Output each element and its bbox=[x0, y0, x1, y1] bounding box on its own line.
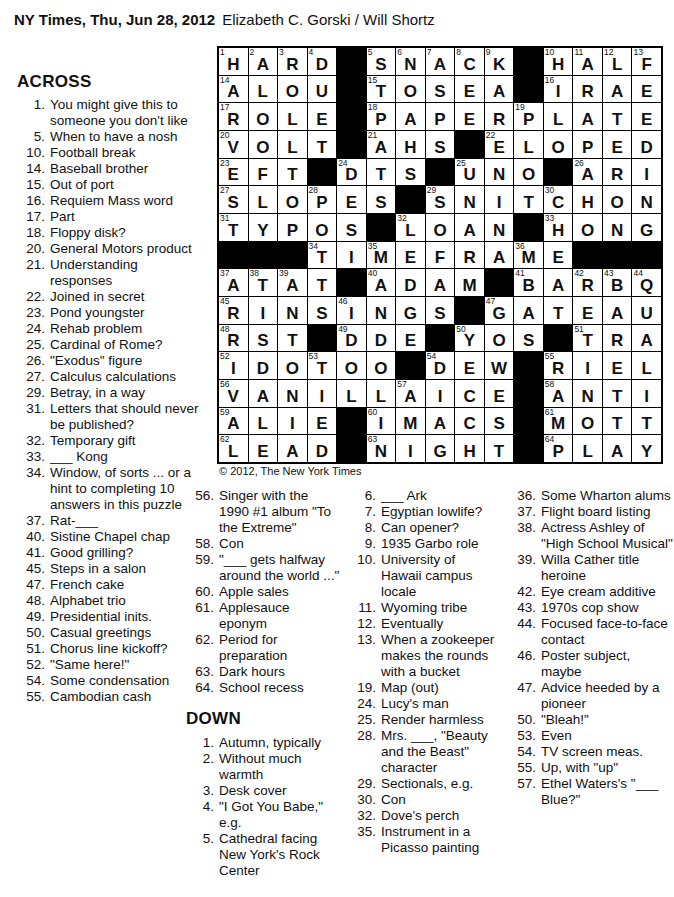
down-clue-30[interactable]: 30.Con bbox=[348, 792, 496, 808]
grid-cell-r3-c13[interactable]: A bbox=[573, 103, 602, 130]
grid-cell-r9-c3[interactable]: 39A bbox=[278, 269, 307, 296]
grid-cell-r8-c6[interactable]: 35M bbox=[367, 242, 396, 269]
down-clue-36[interactable]: 36.Some Wharton alums bbox=[508, 488, 673, 504]
grid-cell-r11-c10[interactable]: O bbox=[485, 325, 514, 352]
grid-cell-r6-c9[interactable]: N bbox=[455, 186, 484, 213]
grid-cell-r5-c15[interactable]: I bbox=[632, 159, 661, 186]
grid-cell-r15-c4[interactable]: D bbox=[308, 435, 337, 462]
grid-cell-r1-c13[interactable]: 11A bbox=[573, 48, 602, 75]
grid-cell-r7-c9[interactable]: A bbox=[455, 214, 484, 241]
grid-cell-r6-c15[interactable]: N bbox=[632, 186, 661, 213]
down-clue-10[interactable]: 10.University of Hawaii campus locale bbox=[348, 552, 496, 600]
grid-cell-r14-c10[interactable]: S bbox=[485, 408, 514, 435]
across-clue-1[interactable]: 1.You might give this to someone you don… bbox=[17, 97, 200, 129]
grid-cell-r4-c3[interactable]: L bbox=[278, 131, 307, 158]
across-clue-60[interactable]: 60.Apple sales bbox=[186, 584, 340, 600]
grid-cell-r2-c12[interactable]: 16I bbox=[544, 76, 573, 103]
across-clue-32[interactable]: 32.Temporary gift bbox=[17, 433, 200, 449]
down-clue-2[interactable]: 2.Without much warmth bbox=[186, 751, 340, 783]
down-clue-32[interactable]: 32.Dove's perch bbox=[348, 808, 496, 824]
down-clue-1[interactable]: 1.Autumn, typically bbox=[186, 735, 340, 751]
grid-cell-r11-c15[interactable]: A bbox=[632, 325, 661, 352]
down-clue-28[interactable]: 28.Mrs. ___, "Beauty and the Beast" char… bbox=[348, 728, 496, 776]
across-clue-47[interactable]: 47.French cake bbox=[17, 577, 200, 593]
clue-text: Apple sales bbox=[219, 584, 340, 600]
down-clue-42[interactable]: 42.Eye cream additive bbox=[508, 584, 673, 600]
grid-cell-r14-c2[interactable]: L bbox=[249, 408, 278, 435]
grid-cell-r7-c12[interactable]: 33H bbox=[544, 214, 573, 241]
across-clue-34[interactable]: 34.Window, of sorts ... or a hint to com… bbox=[17, 465, 200, 513]
grid-cell-r6-c11[interactable]: T bbox=[514, 186, 543, 213]
grid-cell-r15-c15[interactable]: Y bbox=[632, 435, 661, 462]
grid-cell-r12-c2[interactable]: D bbox=[249, 352, 278, 379]
down-clue-35[interactable]: 35.Instrument in a Picasso painting bbox=[348, 824, 496, 856]
grid-cell-r4-c10[interactable]: 22E bbox=[485, 131, 514, 158]
down-clue-37[interactable]: 37.Flight board listing bbox=[508, 504, 673, 520]
grid-cell-r5-c7[interactable]: S bbox=[396, 159, 425, 186]
cell-number: 38 bbox=[250, 269, 259, 278]
clue-number: 32. bbox=[17, 433, 50, 449]
grid-cell-r12-c6[interactable]: O bbox=[367, 352, 396, 379]
grid-cell-r12-c10[interactable]: W bbox=[485, 352, 514, 379]
across-clue-48[interactable]: 48.Alphabet trio bbox=[17, 593, 200, 609]
down-clue-11[interactable]: 11.Wyoming tribe bbox=[348, 600, 496, 616]
grid-cell-r1-c5 bbox=[337, 48, 366, 75]
across-clue-24[interactable]: 24.Rehab problem bbox=[17, 321, 200, 337]
grid-cell-r13-c3[interactable]: N bbox=[278, 380, 307, 407]
grid-cell-r9-c8[interactable]: A bbox=[426, 269, 455, 296]
across-clue-55[interactable]: 55.Cambodian cash bbox=[17, 689, 200, 705]
grid-cell-r2-c7[interactable]: O bbox=[396, 76, 425, 103]
grid-cell-r15-c10[interactable]: T bbox=[485, 435, 514, 462]
grid-cell-r2-c3[interactable]: O bbox=[278, 76, 307, 103]
grid-cell-r5-c1[interactable]: 23E bbox=[219, 159, 248, 186]
grid-cell-r13-c2[interactable]: A bbox=[249, 380, 278, 407]
across-clue-63[interactable]: 63.Dark hours bbox=[186, 664, 340, 680]
grid-cell-r14-c4[interactable]: E bbox=[308, 408, 337, 435]
grid-cell-r5-c9[interactable]: 25U bbox=[455, 159, 484, 186]
down-clue-55[interactable]: 55.Up, with "up" bbox=[508, 760, 673, 776]
grid-cell-r9-c2[interactable]: 38T bbox=[249, 269, 278, 296]
grid-cell-r10-c1[interactable]: 45R bbox=[219, 297, 248, 324]
grid-cell-r3-c1[interactable]: 17R bbox=[219, 103, 248, 130]
cell-number: 35 bbox=[368, 242, 377, 251]
grid-cell-r2-c15[interactable]: E bbox=[632, 76, 661, 103]
grid-cell-r6-c12[interactable]: 30C bbox=[544, 186, 573, 213]
grid-cell-r4-c11[interactable]: L bbox=[514, 131, 543, 158]
grid-cell-r1-c7[interactable]: 6N bbox=[396, 48, 425, 75]
across-clue-50[interactable]: 50.Casual greetings bbox=[17, 625, 200, 641]
grid-cell-r14-c6[interactable]: 60I bbox=[367, 408, 396, 435]
down-clue-24[interactable]: 24.Lucy's man bbox=[348, 696, 496, 712]
grid-cell-r9-c12[interactable]: A bbox=[544, 269, 573, 296]
grid-cell-r6-c5[interactable]: E bbox=[337, 186, 366, 213]
grid-cell-r1-c14[interactable]: 12L bbox=[603, 48, 632, 75]
grid-cell-r1-c2[interactable]: 2A bbox=[249, 48, 278, 75]
grid-cell-r7-c7[interactable]: 32L bbox=[396, 214, 425, 241]
grid-cell-r11-c3[interactable]: T bbox=[278, 325, 307, 352]
grid-cell-r8-c12[interactable]: E bbox=[544, 242, 573, 269]
clue-number: 47. bbox=[17, 577, 50, 593]
grid-cell-r7-c4[interactable]: O bbox=[308, 214, 337, 241]
down-clue-3[interactable]: 3.Desk cover bbox=[186, 783, 340, 799]
down-clue-29[interactable]: 29.Sectionals, e.g. bbox=[348, 776, 496, 792]
down-clue-46[interactable]: 46.Poster subject, maybe bbox=[508, 648, 673, 680]
cell-letter: I bbox=[349, 305, 354, 324]
down-clue-9[interactable]: 9.1935 Garbo role bbox=[348, 536, 496, 552]
grid-cell-r2-c1[interactable]: 14A bbox=[219, 76, 248, 103]
grid-cell-r11-c7[interactable]: E bbox=[396, 325, 425, 352]
grid-cell-r14-c8[interactable]: A bbox=[426, 408, 455, 435]
grid-cell-r11-c5[interactable]: 49D bbox=[337, 325, 366, 352]
grid-cell-r15-c3[interactable]: A bbox=[278, 435, 307, 462]
grid-cell-r1-c15[interactable]: 13F bbox=[632, 48, 661, 75]
grid-cell-r14-c7[interactable]: M bbox=[396, 408, 425, 435]
grid-cell-r15-c7[interactable]: I bbox=[396, 435, 425, 462]
grid-cell-r11-c2[interactable]: S bbox=[249, 325, 278, 352]
clue-text: Willa Cather title heroine bbox=[541, 552, 673, 584]
grid-cell-r3-c10[interactable]: R bbox=[485, 103, 514, 130]
across-clue-25[interactable]: 25.Cardinal of Rome? bbox=[17, 337, 200, 353]
grid-cell-r5-c10[interactable]: N bbox=[485, 159, 514, 186]
across-clue-62[interactable]: 62.Period for preparation bbox=[186, 632, 340, 664]
clue-number: 23. bbox=[17, 305, 50, 321]
grid-cell-r14-c15[interactable]: T bbox=[632, 408, 661, 435]
grid-cell-r3-c8[interactable]: P bbox=[426, 103, 455, 130]
grid-cell-r7-c2[interactable]: Y bbox=[249, 214, 278, 241]
clue-number: 19. bbox=[348, 680, 381, 696]
grid-cell-r13-c5[interactable]: L bbox=[337, 380, 366, 407]
grid-cell-r1-c9[interactable]: 8C bbox=[455, 48, 484, 75]
grid-cell-r3-c2[interactable]: O bbox=[249, 103, 278, 130]
grid-cell-r9-c13[interactable]: 42R bbox=[573, 269, 602, 296]
clue-text: Presidential inits. bbox=[50, 609, 200, 625]
grid-cell-r2-c10[interactable]: A bbox=[485, 76, 514, 103]
grid-cell-r11-c14[interactable]: R bbox=[603, 325, 632, 352]
across-clue-52[interactable]: 52."Same here!" bbox=[17, 657, 200, 673]
grid-cell-r5-c13[interactable]: 26A bbox=[573, 159, 602, 186]
across-clue-5[interactable]: 5.When to have a nosh bbox=[17, 129, 200, 145]
grid-cell-r1-c8[interactable]: 7A bbox=[426, 48, 455, 75]
down-clue-6[interactable]: 6.___ Ark bbox=[348, 488, 496, 504]
grid-cell-r8-c11[interactable]: 36M bbox=[514, 242, 543, 269]
clue-number: 30. bbox=[348, 792, 381, 808]
down-clue-57[interactable]: 57.Ethel Waters's "___ Blue?" bbox=[508, 776, 673, 808]
grid-cell-r10-c13[interactable]: E bbox=[573, 297, 602, 324]
grid-cell-r12-c13[interactable]: I bbox=[573, 352, 602, 379]
grid-cell-r9-c7[interactable]: D bbox=[396, 269, 425, 296]
grid-cell-r3-c7[interactable]: A bbox=[396, 103, 425, 130]
clue-text: Singer with the 1990 #1 album "To the Ex… bbox=[219, 488, 340, 536]
grid-cell-r1-c4[interactable]: 4D bbox=[308, 48, 337, 75]
grid-cell-r11-c1[interactable]: 48R bbox=[219, 325, 248, 352]
cell-number: 11 bbox=[574, 48, 583, 57]
grid-cell-r10-c15[interactable]: U bbox=[632, 297, 661, 324]
across-clue-31[interactable]: 31.Letters that should never be publishe… bbox=[17, 401, 200, 433]
grid-cell-r1-c3[interactable]: 3R bbox=[278, 48, 307, 75]
grid-cell-r1-c10[interactable]: 9K bbox=[485, 48, 514, 75]
grid-cell-r13-c13[interactable]: N bbox=[573, 380, 602, 407]
grid-cell-r5-c3[interactable]: T bbox=[278, 159, 307, 186]
grid-cell-r3-c12[interactable]: L bbox=[544, 103, 573, 130]
across-clue-29[interactable]: 29.Betray, in a way bbox=[17, 385, 200, 401]
grid-cell-r6-c8[interactable]: 29S bbox=[426, 186, 455, 213]
across-clue-58[interactable]: 58.Con bbox=[186, 536, 340, 552]
grid-cell-r12-c5[interactable]: O bbox=[337, 352, 366, 379]
grid-cell-r12-c3[interactable]: O bbox=[278, 352, 307, 379]
clue-number: 37. bbox=[17, 513, 50, 529]
grid-cell-r13-c9[interactable]: C bbox=[455, 380, 484, 407]
grid-cell-r8-c10[interactable]: A bbox=[485, 242, 514, 269]
grid-cell-r2-c6[interactable]: 15T bbox=[367, 76, 396, 103]
grid-cell-r8-c4[interactable]: 34T bbox=[308, 242, 337, 269]
grid-cell-r12-c15[interactable]: L bbox=[632, 352, 661, 379]
cell-letter: A bbox=[611, 305, 623, 324]
across-clue-23[interactable]: 23.Pond youngster bbox=[17, 305, 200, 321]
grid-cell-r15-c6[interactable]: 63N bbox=[367, 435, 396, 462]
grid-cell-r6-c10[interactable]: I bbox=[485, 186, 514, 213]
cell-letter: L bbox=[582, 443, 592, 462]
grid-cell-r4-c1[interactable]: 20V bbox=[219, 131, 248, 158]
down-clue-13[interactable]: 13.When a zookeeper makes the rounds wit… bbox=[348, 632, 496, 680]
grid-cell-r12-c9[interactable]: E bbox=[455, 352, 484, 379]
grid-cell-r8-c1 bbox=[219, 242, 248, 269]
grid-cell-r2-c2[interactable]: L bbox=[249, 76, 278, 103]
across-clue-54[interactable]: 54.Some condensation bbox=[17, 673, 200, 689]
grid-cell-r10-c6[interactable]: N bbox=[367, 297, 396, 324]
across-clue-51[interactable]: 51.Chorus line kickoff? bbox=[17, 641, 200, 657]
grid-cell-r11-c11[interactable]: S bbox=[514, 325, 543, 352]
grid-cell-r13-c7[interactable]: 57A bbox=[396, 380, 425, 407]
cell-letter: L bbox=[642, 360, 652, 379]
grid-cell-r13-c4[interactable]: I bbox=[308, 380, 337, 407]
grid-cell-r3-c3[interactable]: L bbox=[278, 103, 307, 130]
grid-cell-r7-c5[interactable]: S bbox=[337, 214, 366, 241]
grid-cell-r7-c3[interactable]: P bbox=[278, 214, 307, 241]
across-clue-26[interactable]: 26."Exodus" figure bbox=[17, 353, 200, 369]
grid-cell-r6-c6[interactable]: S bbox=[367, 186, 396, 213]
grid-cell-r9-c6[interactable]: 40A bbox=[367, 269, 396, 296]
grid-cell-r4-c8[interactable]: S bbox=[426, 131, 455, 158]
across-clue-16[interactable]: 16.Requiem Mass word bbox=[17, 193, 200, 209]
grid-cell-r3-c14[interactable]: T bbox=[603, 103, 632, 130]
down-clue-47[interactable]: 47.Advice heeded by a pioneer bbox=[508, 680, 673, 712]
across-clue-20[interactable]: 20.General Motors product bbox=[17, 241, 200, 257]
grid-cell-r5-c11[interactable]: O bbox=[514, 159, 543, 186]
across-clue-37[interactable]: 37.Rat-___ bbox=[17, 513, 200, 529]
across-clue-27[interactable]: 27.Calculus calculations bbox=[17, 369, 200, 385]
down-clue-39[interactable]: 39.Willa Cather title heroine bbox=[508, 552, 673, 584]
across-clue-45[interactable]: 45.Steps in a salon bbox=[17, 561, 200, 577]
grid-cell-r4-c4[interactable]: T bbox=[308, 131, 337, 158]
grid-cell-r12-c11 bbox=[514, 352, 543, 379]
grid-cell-r7-c15[interactable]: G bbox=[632, 214, 661, 241]
down-clue-53[interactable]: 53.Even bbox=[508, 728, 673, 744]
grid-cell-r14-c9[interactable]: C bbox=[455, 408, 484, 435]
grid-cell-r7-c10[interactable]: N bbox=[485, 214, 514, 241]
grid-cell-r13-c6[interactable]: L bbox=[367, 380, 396, 407]
grid-cell-r3-c11[interactable]: 19P bbox=[514, 103, 543, 130]
down-clue-5[interactable]: 5.Cathedral facing New York's Rock Cente… bbox=[186, 831, 340, 879]
grid-cell-r13-c1[interactable]: 56V bbox=[219, 380, 248, 407]
grid-cell-r11-c6[interactable]: D bbox=[367, 325, 396, 352]
grid-cell-r3-c15[interactable]: E bbox=[632, 103, 661, 130]
grid-cell-r3-c4[interactable]: E bbox=[308, 103, 337, 130]
across-clue-15[interactable]: 15.Out of port bbox=[17, 177, 200, 193]
across-clue-21[interactable]: 21.Understanding responses bbox=[17, 257, 200, 289]
grid-cell-r9-c9[interactable]: M bbox=[455, 269, 484, 296]
grid-cell-r4-c14[interactable]: E bbox=[603, 131, 632, 158]
grid-cell-r12-c1[interactable]: 52I bbox=[219, 352, 248, 379]
across-clue-41[interactable]: 41.Good grilling? bbox=[17, 545, 200, 561]
grid-cell-r9-c14[interactable]: 43B bbox=[603, 269, 632, 296]
across-clue-10[interactable]: 10.Football break bbox=[17, 145, 200, 161]
grid-cell-r2-c4[interactable]: U bbox=[308, 76, 337, 103]
grid-cell-r6-c14[interactable]: O bbox=[603, 186, 632, 213]
grid-cell-r2-c13[interactable]: R bbox=[573, 76, 602, 103]
grid-cell-r11-c9[interactable]: 50Y bbox=[455, 325, 484, 352]
grid-cell-r15-c14[interactable]: A bbox=[603, 435, 632, 462]
grid-cell-r10-c11[interactable]: A bbox=[514, 297, 543, 324]
grid-cell-r5-c2[interactable]: F bbox=[249, 159, 278, 186]
grid-cell-r4-c15[interactable]: D bbox=[632, 131, 661, 158]
grid-cell-r8-c7[interactable]: E bbox=[396, 242, 425, 269]
across-clue-14[interactable]: 14.Baseball brother bbox=[17, 161, 200, 177]
grid-cell-r4-c12[interactable]: O bbox=[544, 131, 573, 158]
grid-cell-r2-c14[interactable]: A bbox=[603, 76, 632, 103]
grid-cell-r9-c4[interactable]: T bbox=[308, 269, 337, 296]
down-clue-50[interactable]: 50."Bleah!" bbox=[508, 712, 673, 728]
cell-letter: R bbox=[582, 83, 594, 102]
grid-cell-r6-c3[interactable]: O bbox=[278, 186, 307, 213]
grid-cell-r10-c5[interactable]: 46I bbox=[337, 297, 366, 324]
grid-cell-r5-c6[interactable]: T bbox=[367, 159, 396, 186]
clue-number: 16. bbox=[17, 193, 50, 209]
across-clue-61[interactable]: 61.Applesauce eponym bbox=[186, 600, 340, 632]
cell-letter: S bbox=[434, 139, 445, 158]
grid-cell-r12-c4[interactable]: 53T bbox=[308, 352, 337, 379]
cell-letter: A bbox=[641, 332, 653, 351]
grid-cell-r10-c2[interactable]: I bbox=[249, 297, 278, 324]
grid-cell-r13-c12[interactable]: 58A bbox=[544, 380, 573, 407]
grid-cell-r11-c13[interactable]: 51T bbox=[573, 325, 602, 352]
grid-cell-r5-c5[interactable]: 24D bbox=[337, 159, 366, 186]
grid-cell-r14-c13[interactable]: O bbox=[573, 408, 602, 435]
grid-cell-r7-c1[interactable]: 31T bbox=[219, 214, 248, 241]
grid-cell-r10-c3[interactable]: N bbox=[278, 297, 307, 324]
cell-letter: O bbox=[374, 360, 387, 379]
grid-cell-r7-c13[interactable]: O bbox=[573, 214, 602, 241]
grid-cell-r9-c15[interactable]: 44Q bbox=[632, 269, 661, 296]
across-clue-17[interactable]: 17.Part bbox=[17, 209, 200, 225]
grid-cell-r13-c8[interactable]: I bbox=[426, 380, 455, 407]
grid-cell-r15-c13[interactable]: L bbox=[573, 435, 602, 462]
grid-cell-r9-c1[interactable]: 37A bbox=[219, 269, 248, 296]
grid-cell-r10-c14[interactable]: A bbox=[603, 297, 632, 324]
across-clue-49[interactable]: 49.Presidential inits. bbox=[17, 609, 200, 625]
grid-cell-r9-c11[interactable]: 41B bbox=[514, 269, 543, 296]
grid-cell-r15-c12[interactable]: 64P bbox=[544, 435, 573, 462]
down-clue-54[interactable]: 54.TV screen meas. bbox=[508, 744, 673, 760]
grid-cell-r2-c9[interactable]: E bbox=[455, 76, 484, 103]
cell-letter: A bbox=[582, 56, 594, 75]
clue-text: Good grilling? bbox=[50, 545, 200, 561]
grid-cell-r12-c14[interactable]: E bbox=[603, 352, 632, 379]
across-clue-18[interactable]: 18.Floppy disk? bbox=[17, 225, 200, 241]
grid-cell-r15-c2[interactable]: E bbox=[249, 435, 278, 462]
grid-cell-r14-c12[interactable]: 61M bbox=[544, 408, 573, 435]
clue-text: "___ gets halfway around the world ..." bbox=[219, 552, 340, 584]
grid-cell-r4-c13[interactable]: P bbox=[573, 131, 602, 158]
grid-cell-r12-c8[interactable]: 54D bbox=[426, 352, 455, 379]
across-clue-40[interactable]: 40.Sistine Chapel chap bbox=[17, 529, 200, 545]
grid-cell-r4-c6[interactable]: 21A bbox=[367, 131, 396, 158]
grid-cell-r7-c8[interactable]: O bbox=[426, 214, 455, 241]
grid-cell-r13-c10[interactable]: E bbox=[485, 380, 514, 407]
down-clue-8[interactable]: 8.Can opener? bbox=[348, 520, 496, 536]
grid-cell-r13-c14[interactable]: T bbox=[603, 380, 632, 407]
cell-letter: K bbox=[493, 56, 505, 75]
down-clue-44[interactable]: 44.Focused face-to-face contact bbox=[508, 616, 673, 648]
across-clue-64[interactable]: 64.School recess bbox=[186, 680, 340, 696]
across-clue-22[interactable]: 22.Joined in secret bbox=[17, 289, 200, 305]
grid-cell-r8-c5[interactable]: I bbox=[337, 242, 366, 269]
down-clue-19[interactable]: 19.Map (out) bbox=[348, 680, 496, 696]
grid-cell-r6-c2[interactable]: L bbox=[249, 186, 278, 213]
grid-cell-r14-c1[interactable]: 59A bbox=[219, 408, 248, 435]
grid-cell-r8-c8[interactable]: F bbox=[426, 242, 455, 269]
grid-cell-r5-c14[interactable]: R bbox=[603, 159, 632, 186]
grid-cell-r13-c15[interactable]: I bbox=[632, 380, 661, 407]
cell-number: 36 bbox=[515, 242, 524, 251]
across-clue-33[interactable]: 33.___ Kong bbox=[17, 449, 200, 465]
across-clue-59[interactable]: 59."___ gets halfway around the world ..… bbox=[186, 552, 340, 584]
grid-cell-r4-c2[interactable]: O bbox=[249, 131, 278, 158]
down-clue-7[interactable]: 7.Egyptian lowlife? bbox=[348, 504, 496, 520]
grid-cell-r4-c7[interactable]: H bbox=[396, 131, 425, 158]
down-clue-43[interactable]: 43.1970s cop show bbox=[508, 600, 673, 616]
grid-cell-r15-c9[interactable]: H bbox=[455, 435, 484, 462]
grid-cell-r14-c3[interactable]: I bbox=[278, 408, 307, 435]
grid-cell-r3-c9[interactable]: E bbox=[455, 103, 484, 130]
grid-cell-r10-c12[interactable]: T bbox=[544, 297, 573, 324]
grid-cell-r6-c1[interactable]: 27S bbox=[219, 186, 248, 213]
grid-cell-r1-c12[interactable]: 10H bbox=[544, 48, 573, 75]
grid-cell-r14-c14[interactable]: T bbox=[603, 408, 632, 435]
grid-cell-r6-c4[interactable]: 28P bbox=[308, 186, 337, 213]
grid-cell-r12-c12[interactable]: 55R bbox=[544, 352, 573, 379]
grid-cell-r1-c1[interactable]: 1H bbox=[219, 48, 248, 75]
grid-cell-r7-c14[interactable]: N bbox=[603, 214, 632, 241]
down-clue-4[interactable]: 4."I Got You Babe," e.g. bbox=[186, 799, 340, 831]
across-clues-1-55: 1.You might give this to someone you don… bbox=[17, 97, 200, 705]
grid-cell-r8-c9[interactable]: R bbox=[455, 242, 484, 269]
grid-cell-r15-c8[interactable]: G bbox=[426, 435, 455, 462]
grid-cell-r2-c8[interactable]: S bbox=[426, 76, 455, 103]
down-clue-38[interactable]: 38.Actress Ashley of "High School Musica… bbox=[508, 520, 673, 552]
grid-cell-r15-c1[interactable]: 62L bbox=[219, 435, 248, 462]
across-clue-56[interactable]: 56.Singer with the 1990 #1 album "To the… bbox=[186, 488, 340, 536]
grid-cell-r10-c4[interactable]: S bbox=[308, 297, 337, 324]
grid-cell-r10-c8[interactable]: S bbox=[426, 297, 455, 324]
grid-cell-r10-c10[interactable]: 47G bbox=[485, 297, 514, 324]
grid-cell-r6-c13[interactable]: H bbox=[573, 186, 602, 213]
down-clue-25[interactable]: 25.Render harmless bbox=[348, 712, 496, 728]
grid-cell-r1-c6[interactable]: 5S bbox=[367, 48, 396, 75]
grid-cell-r10-c7[interactable]: G bbox=[396, 297, 425, 324]
grid-cell-r3-c6[interactable]: 18P bbox=[367, 103, 396, 130]
down-clue-12[interactable]: 12.Eventually bbox=[348, 616, 496, 632]
